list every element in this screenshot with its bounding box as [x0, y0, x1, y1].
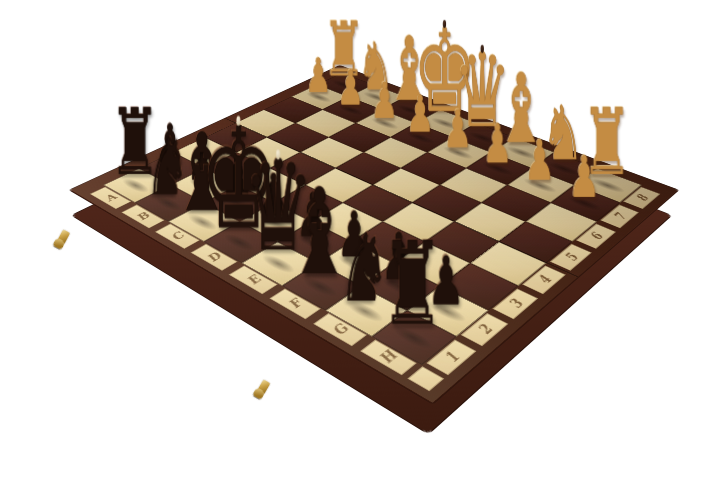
- white-pawn-icon: ♟: [406, 91, 434, 138]
- board-3d-stage: ♜♞♝♚♛♝♞♜8♟♟♟♟♟♟♟♟76543♟♟♟♟♟♟♟♟2♜♞♝♚♛♝♞♜1…: [0, 0, 701, 503]
- file-label-text: B: [133, 211, 153, 222]
- rank-label-text: 7: [609, 211, 630, 221]
- white-pawn-icon: ♟: [568, 151, 600, 204]
- file-label-text: G: [328, 322, 353, 338]
- finial-icon: [480, 45, 483, 53]
- file-label-text: A: [101, 193, 120, 203]
- file-label-text: C: [167, 230, 188, 242]
- rank-label-text: 8: [632, 193, 652, 203]
- white-pawn-icon: ♟: [483, 119, 513, 169]
- rank-label-text: 2: [473, 322, 497, 336]
- chess-board: ♜♞♝♚♛♝♞♜8♟♟♟♟♟♟♟♟76543♟♟♟♟♟♟♟♟2♜♞♝♚♛♝♞♜1…: [70, 65, 678, 403]
- white-pawn-icon: ♟: [337, 66, 364, 111]
- white-pawn-icon: ♟: [524, 135, 555, 186]
- finial-icon: [443, 20, 446, 28]
- file-label-text: E: [242, 273, 264, 286]
- rank-label-text: 6: [586, 231, 607, 242]
- rank-label-text: 5: [560, 251, 582, 263]
- square-h4[interactable]: [470, 242, 546, 286]
- chess-set-photo: ♜♞♝♚♛♝♞♜8♟♟♟♟♟♟♟♟76543♟♟♟♟♟♟♟♟2♜♞♝♚♛♝♞♜1…: [0, 0, 701, 503]
- white-pawn-icon: ♟: [443, 105, 472, 153]
- finial-icon: [276, 149, 280, 159]
- board-grid: ♜♞♝♚♛♝♞♜8♟♟♟♟♟♟♟♟76543♟♟♟♟♟♟♟♟2♜♞♝♚♛♝♞♜1…: [86, 73, 663, 393]
- file-label-text: D: [203, 251, 225, 264]
- file-label-text: F: [284, 297, 306, 310]
- rank-label-text: 1: [439, 349, 463, 364]
- white-pawn-icon: ♟: [305, 54, 331, 98]
- white-pawn-icon: ♟: [371, 78, 399, 124]
- finial-icon: [237, 116, 241, 126]
- file-label-text: H: [375, 348, 402, 366]
- black-rook-icon: ♜: [381, 232, 445, 338]
- rank-label-text: 3: [504, 297, 527, 310]
- rank-label-text: 4: [533, 273, 555, 285]
